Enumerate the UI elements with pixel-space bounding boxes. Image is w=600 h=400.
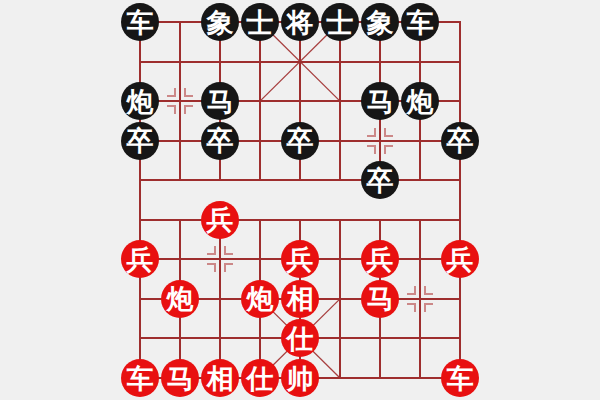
board-vline bbox=[139, 21, 141, 379]
piece-red-horse[interactable]: 马 bbox=[161, 359, 199, 397]
piece-red-pawn[interactable]: 兵 bbox=[361, 240, 399, 278]
piece-red-pawn[interactable]: 兵 bbox=[441, 240, 479, 278]
piece-red-pawn[interactable]: 兵 bbox=[281, 240, 319, 278]
board-vline bbox=[459, 21, 461, 379]
board-vline bbox=[219, 219, 221, 379]
piece-black-king[interactable]: 将 bbox=[281, 3, 319, 41]
piece-black-pawn[interactable]: 卒 bbox=[441, 122, 479, 160]
board-vline bbox=[259, 21, 261, 181]
star-bracket bbox=[367, 128, 376, 137]
piece-black-advisor[interactable]: 士 bbox=[321, 3, 359, 41]
star-bracket bbox=[367, 145, 376, 154]
star-bracket bbox=[384, 128, 393, 137]
piece-red-pawn[interactable]: 兵 bbox=[121, 240, 159, 278]
piece-black-elephant[interactable]: 象 bbox=[361, 3, 399, 41]
board-vline bbox=[339, 219, 341, 379]
piece-black-cannon[interactable]: 炮 bbox=[401, 82, 439, 120]
piece-black-elephant[interactable]: 象 bbox=[201, 3, 239, 41]
piece-red-horse[interactable]: 马 bbox=[361, 280, 399, 318]
star-bracket bbox=[224, 263, 233, 272]
piece-black-pawn[interactable]: 卒 bbox=[361, 161, 399, 199]
piece-black-pawn[interactable]: 卒 bbox=[121, 122, 159, 160]
piece-black-rook[interactable]: 车 bbox=[401, 3, 439, 41]
piece-black-advisor[interactable]: 士 bbox=[241, 3, 279, 41]
star-bracket bbox=[184, 88, 193, 97]
star-bracket bbox=[167, 105, 176, 114]
piece-red-king[interactable]: 帅 bbox=[281, 359, 319, 397]
piece-black-pawn[interactable]: 卒 bbox=[201, 122, 239, 160]
piece-red-advisor[interactable]: 仕 bbox=[241, 359, 279, 397]
piece-red-advisor[interactable]: 仕 bbox=[281, 319, 319, 357]
star-bracket bbox=[207, 263, 216, 272]
board-vline bbox=[419, 219, 421, 379]
piece-red-rook[interactable]: 车 bbox=[121, 359, 159, 397]
star-bracket bbox=[184, 105, 193, 114]
star-bracket bbox=[424, 286, 433, 295]
piece-red-cannon[interactable]: 炮 bbox=[161, 280, 199, 318]
board-vline bbox=[179, 21, 181, 181]
star-bracket bbox=[207, 246, 216, 255]
piece-black-cannon[interactable]: 炮 bbox=[121, 82, 159, 120]
piece-red-cannon[interactable]: 炮 bbox=[241, 280, 279, 318]
star-bracket bbox=[167, 88, 176, 97]
piece-black-rook[interactable]: 车 bbox=[121, 3, 159, 41]
star-bracket bbox=[224, 246, 233, 255]
piece-red-elephant[interactable]: 相 bbox=[201, 359, 239, 397]
star-bracket bbox=[384, 145, 393, 154]
star-bracket bbox=[407, 286, 416, 295]
board-vline bbox=[339, 21, 341, 181]
star-bracket bbox=[424, 303, 433, 312]
xiangqi-diagram: 车象士将士象车炮马马炮卒卒卒卒卒兵兵兵兵兵炮炮相马仕车马相仕帅车 bbox=[0, 0, 600, 400]
piece-black-pawn[interactable]: 卒 bbox=[281, 122, 319, 160]
piece-black-horse[interactable]: 马 bbox=[361, 82, 399, 120]
piece-red-pawn[interactable]: 兵 bbox=[201, 201, 239, 239]
piece-black-horse[interactable]: 马 bbox=[201, 82, 239, 120]
piece-red-elephant[interactable]: 相 bbox=[281, 280, 319, 318]
star-bracket bbox=[407, 303, 416, 312]
piece-red-rook[interactable]: 车 bbox=[441, 359, 479, 397]
